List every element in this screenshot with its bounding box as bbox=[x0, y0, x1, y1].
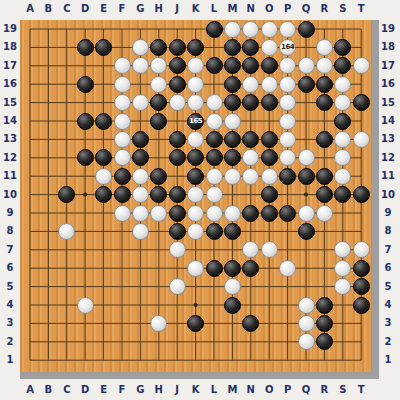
stone-black bbox=[316, 186, 333, 203]
coord-label-left: 8 bbox=[1, 225, 19, 237]
stone-black bbox=[169, 149, 186, 166]
stone-white bbox=[224, 168, 241, 185]
stone-black bbox=[150, 113, 167, 130]
coord-label-bottom: A bbox=[21, 384, 39, 396]
coord-label-left: 14 bbox=[1, 115, 19, 127]
coord-label-left: 10 bbox=[1, 189, 19, 201]
stone-white bbox=[206, 94, 223, 111]
stone-black bbox=[224, 297, 241, 314]
stone-black bbox=[261, 205, 278, 222]
stone-white bbox=[224, 21, 241, 38]
coord-label-bottom: M bbox=[223, 384, 241, 396]
stone-black bbox=[261, 57, 278, 74]
stone-black bbox=[206, 57, 223, 74]
coord-label-right: 3 bbox=[379, 317, 397, 329]
stone-black bbox=[224, 223, 241, 240]
stone-white bbox=[95, 168, 112, 185]
coord-label-bottom: O bbox=[260, 384, 278, 396]
stone-black bbox=[77, 76, 94, 93]
coord-label-bottom: C bbox=[58, 384, 76, 396]
coord-label-right: 8 bbox=[379, 225, 397, 237]
stone-black bbox=[95, 113, 112, 130]
stone-black bbox=[95, 39, 112, 56]
stone-white bbox=[150, 76, 167, 93]
stone-white: 164 bbox=[279, 39, 296, 56]
coord-label-right: 14 bbox=[379, 115, 397, 127]
coord-label-top: S bbox=[334, 3, 352, 15]
stone-black bbox=[298, 168, 315, 185]
stone-white bbox=[353, 131, 370, 148]
stone-black bbox=[298, 223, 315, 240]
stone-white bbox=[206, 205, 223, 222]
coord-label-bottom: D bbox=[76, 384, 94, 396]
stone-white bbox=[187, 131, 204, 148]
stone-black bbox=[224, 260, 241, 277]
coord-label-left: 15 bbox=[1, 97, 19, 109]
stone-black bbox=[132, 131, 149, 148]
stone-black bbox=[169, 76, 186, 93]
stone-black bbox=[169, 131, 186, 148]
coord-label-top: L bbox=[205, 3, 223, 15]
stone-white bbox=[298, 297, 315, 314]
stone-white bbox=[114, 149, 131, 166]
coord-label-top: G bbox=[131, 3, 149, 15]
stone-white bbox=[114, 113, 131, 130]
coord-label-top: M bbox=[223, 3, 241, 15]
stone-white bbox=[169, 278, 186, 295]
stone-white bbox=[114, 57, 131, 74]
coord-label-left: 19 bbox=[1, 23, 19, 35]
coord-label-left: 16 bbox=[1, 78, 19, 90]
coord-label-bottom: K bbox=[187, 384, 205, 396]
stone-black bbox=[206, 131, 223, 148]
stone-white bbox=[187, 205, 204, 222]
coord-label-left: 11 bbox=[1, 170, 19, 182]
coord-label-right: 12 bbox=[379, 152, 397, 164]
stone-white bbox=[279, 131, 296, 148]
coord-label-right: 16 bbox=[379, 78, 397, 90]
stone-white bbox=[132, 168, 149, 185]
stone-black bbox=[261, 131, 278, 148]
stone-black bbox=[169, 205, 186, 222]
stone-black bbox=[77, 113, 94, 130]
stone-black bbox=[298, 21, 315, 38]
stone-white bbox=[132, 186, 149, 203]
stone-black bbox=[242, 205, 259, 222]
coord-label-right: 11 bbox=[379, 170, 397, 182]
stone-black bbox=[224, 76, 241, 93]
stone-black bbox=[353, 186, 370, 203]
stone-white bbox=[187, 76, 204, 93]
coord-label-right: 10 bbox=[379, 189, 397, 201]
stone-white bbox=[261, 168, 278, 185]
stone-white bbox=[279, 113, 296, 130]
stone-white bbox=[279, 260, 296, 277]
stone-white bbox=[187, 260, 204, 277]
stone-black bbox=[206, 223, 223, 240]
stone-black bbox=[334, 113, 351, 130]
stone-white bbox=[298, 149, 315, 166]
stone-black bbox=[187, 315, 204, 332]
stone-white bbox=[132, 205, 149, 222]
stone-black bbox=[316, 168, 333, 185]
stone-white bbox=[206, 186, 223, 203]
stone-black bbox=[242, 260, 259, 277]
coord-label-bottom: G bbox=[131, 384, 149, 396]
coord-label-right: 4 bbox=[379, 299, 397, 311]
stone-white bbox=[150, 205, 167, 222]
coord-label-left: 18 bbox=[1, 41, 19, 53]
stone-white bbox=[224, 205, 241, 222]
stone-black bbox=[316, 94, 333, 111]
stone-white bbox=[114, 76, 131, 93]
stone-black bbox=[261, 149, 278, 166]
stone-black bbox=[187, 168, 204, 185]
stone-white bbox=[334, 260, 351, 277]
stone-white bbox=[169, 94, 186, 111]
coord-label-left: 9 bbox=[1, 207, 19, 219]
stone-white bbox=[132, 223, 149, 240]
coord-label-top: N bbox=[242, 3, 260, 15]
stone-white bbox=[316, 205, 333, 222]
stone-white bbox=[224, 113, 241, 130]
coord-label-right: 7 bbox=[379, 244, 397, 256]
stone-black bbox=[114, 186, 131, 203]
coord-label-bottom: R bbox=[315, 384, 333, 396]
stone-black bbox=[77, 149, 94, 166]
stone-white bbox=[353, 241, 370, 258]
stone-white bbox=[242, 21, 259, 38]
stone-black bbox=[206, 260, 223, 277]
stone-white bbox=[261, 76, 278, 93]
stone-black bbox=[206, 149, 223, 166]
stone-black bbox=[150, 168, 167, 185]
stone-black bbox=[298, 76, 315, 93]
coord-label-top: J bbox=[168, 3, 186, 15]
stone-black bbox=[114, 168, 131, 185]
stone-black bbox=[353, 260, 370, 277]
stone-black bbox=[261, 94, 278, 111]
coord-label-top: O bbox=[260, 3, 278, 15]
coord-label-top: H bbox=[150, 3, 168, 15]
coord-label-top: C bbox=[58, 3, 76, 15]
stone-white bbox=[169, 241, 186, 258]
coord-label-top: Q bbox=[297, 3, 315, 15]
stone-white bbox=[114, 94, 131, 111]
stone-white bbox=[242, 76, 259, 93]
stone-white bbox=[132, 39, 149, 56]
coord-label-left: 2 bbox=[1, 336, 19, 348]
stone-white bbox=[298, 333, 315, 350]
coord-label-bottom: F bbox=[113, 384, 131, 396]
stone-black bbox=[279, 205, 296, 222]
stone-white bbox=[206, 113, 223, 130]
coord-label-bottom: S bbox=[334, 384, 352, 396]
stone-white bbox=[114, 131, 131, 148]
coord-label-left: 6 bbox=[1, 262, 19, 274]
coord-label-top: E bbox=[95, 3, 113, 15]
coord-label-left: 4 bbox=[1, 299, 19, 311]
stone-black bbox=[316, 297, 333, 314]
stone-white bbox=[224, 278, 241, 295]
coord-label-bottom: T bbox=[352, 384, 370, 396]
stone-black bbox=[224, 131, 241, 148]
coord-label-top: R bbox=[315, 3, 333, 15]
coord-label-left: 5 bbox=[1, 281, 19, 293]
coord-label-bottom: B bbox=[39, 384, 57, 396]
coord-label-right: 17 bbox=[379, 60, 397, 72]
move-number-label: 165 bbox=[189, 118, 202, 125]
coord-label-right: 13 bbox=[379, 133, 397, 145]
coord-label-bottom: H bbox=[150, 384, 168, 396]
stone-white bbox=[242, 168, 259, 185]
stone-white bbox=[261, 241, 278, 258]
stone-white bbox=[353, 57, 370, 74]
coord-label-bottom: Q bbox=[297, 384, 315, 396]
stone-black bbox=[169, 57, 186, 74]
stone-black bbox=[224, 94, 241, 111]
coord-label-top: B bbox=[39, 3, 57, 15]
stone-black bbox=[77, 39, 94, 56]
stone-white bbox=[279, 76, 296, 93]
stone-black bbox=[353, 278, 370, 295]
stone-white bbox=[298, 57, 315, 74]
stone-black bbox=[353, 94, 370, 111]
coord-label-right: 18 bbox=[379, 41, 397, 53]
stone-black bbox=[224, 39, 241, 56]
coord-label-right: 19 bbox=[379, 23, 397, 35]
coord-label-left: 17 bbox=[1, 60, 19, 72]
stone-white bbox=[187, 223, 204, 240]
coord-label-top: P bbox=[279, 3, 297, 15]
stone-white bbox=[261, 21, 278, 38]
stone-white bbox=[298, 315, 315, 332]
move-number-label: 164 bbox=[281, 44, 294, 51]
stone-white bbox=[298, 205, 315, 222]
coord-label-bottom: L bbox=[205, 384, 223, 396]
coord-label-left: 1 bbox=[1, 354, 19, 366]
coord-label-top: F bbox=[113, 3, 131, 15]
coord-label-bottom: E bbox=[95, 384, 113, 396]
stone-white bbox=[77, 297, 94, 314]
coord-label-left: 13 bbox=[1, 133, 19, 145]
stone-black bbox=[169, 39, 186, 56]
stone-white bbox=[114, 205, 131, 222]
stone-black bbox=[187, 39, 204, 56]
coord-label-left: 7 bbox=[1, 244, 19, 256]
coord-label-right: 6 bbox=[379, 262, 397, 274]
go-board-screenshot: AABBCCDDEEFFGGHHJJKKLLMMNNOOPPQQRRSSTT19… bbox=[0, 0, 400, 400]
coord-label-right: 9 bbox=[379, 207, 397, 219]
stone-black bbox=[261, 186, 278, 203]
stone-white bbox=[334, 168, 351, 185]
stone-black bbox=[316, 76, 333, 93]
coord-label-right: 15 bbox=[379, 97, 397, 109]
stone-white bbox=[206, 168, 223, 185]
coord-label-top: D bbox=[76, 3, 94, 15]
coord-label-top: K bbox=[187, 3, 205, 15]
coord-label-bottom: J bbox=[168, 384, 186, 396]
stone-white bbox=[316, 39, 333, 56]
stone-black bbox=[206, 21, 223, 38]
coord-label-bottom: P bbox=[279, 384, 297, 396]
stone-black bbox=[316, 131, 333, 148]
coord-label-top: A bbox=[21, 3, 39, 15]
coord-label-right: 2 bbox=[379, 336, 397, 348]
stone-white bbox=[261, 39, 278, 56]
stone-black bbox=[353, 297, 370, 314]
stone-black bbox=[169, 186, 186, 203]
coord-label-right: 1 bbox=[379, 354, 397, 366]
stone-white bbox=[132, 94, 149, 111]
coord-label-right: 5 bbox=[379, 281, 397, 293]
coord-label-bottom: N bbox=[242, 384, 260, 396]
stone-white bbox=[334, 76, 351, 93]
stone-white bbox=[279, 21, 296, 38]
coord-label-top: T bbox=[352, 3, 370, 15]
stone-black bbox=[169, 223, 186, 240]
coord-label-left: 3 bbox=[1, 317, 19, 329]
stone-black bbox=[279, 168, 296, 185]
stone-black: 165 bbox=[187, 113, 204, 130]
coord-label-left: 12 bbox=[1, 152, 19, 164]
stone-black bbox=[316, 315, 333, 332]
